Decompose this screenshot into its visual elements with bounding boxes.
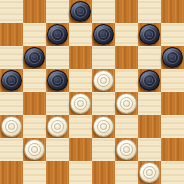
- black-man-e7[interactable]: [93, 24, 114, 45]
- square-e2[interactable]: [92, 138, 115, 161]
- black-man-c7[interactable]: [47, 24, 68, 45]
- square-a8[interactable]: [0, 0, 23, 23]
- square-b1[interactable]: [23, 161, 46, 184]
- square-e5[interactable]: [92, 69, 115, 92]
- square-b3[interactable]: [23, 115, 46, 138]
- square-a5[interactable]: [0, 69, 23, 92]
- white-man-e5[interactable]: [93, 70, 114, 91]
- square-g5[interactable]: [138, 69, 161, 92]
- square-g2[interactable]: [138, 138, 161, 161]
- square-f2[interactable]: [115, 138, 138, 161]
- square-g8[interactable]: [138, 0, 161, 23]
- square-b6[interactable]: [23, 46, 46, 69]
- square-h8[interactable]: [161, 0, 184, 23]
- square-d4[interactable]: [69, 92, 92, 115]
- black-man-g5[interactable]: [139, 70, 160, 91]
- square-c1[interactable]: [46, 161, 69, 184]
- square-b7[interactable]: [23, 23, 46, 46]
- square-c4[interactable]: [46, 92, 69, 115]
- square-c5[interactable]: [46, 69, 69, 92]
- square-h1[interactable]: [161, 161, 184, 184]
- square-c2[interactable]: [46, 138, 69, 161]
- square-h6[interactable]: [161, 46, 184, 69]
- square-h7[interactable]: [161, 23, 184, 46]
- square-f7[interactable]: [115, 23, 138, 46]
- square-d6[interactable]: [69, 46, 92, 69]
- white-man-b2[interactable]: [24, 139, 45, 160]
- square-e3[interactable]: [92, 115, 115, 138]
- square-g3[interactable]: [138, 115, 161, 138]
- square-d7[interactable]: [69, 23, 92, 46]
- square-a2[interactable]: [0, 138, 23, 161]
- black-man-c5[interactable]: [47, 70, 68, 91]
- square-g6[interactable]: [138, 46, 161, 69]
- white-man-e3[interactable]: [93, 116, 114, 137]
- square-a4[interactable]: [0, 92, 23, 115]
- square-f4[interactable]: [115, 92, 138, 115]
- square-h5[interactable]: [161, 69, 184, 92]
- square-g7[interactable]: [138, 23, 161, 46]
- square-b5[interactable]: [23, 69, 46, 92]
- white-man-f2[interactable]: [116, 139, 137, 160]
- square-d8[interactable]: [69, 0, 92, 23]
- square-b2[interactable]: [23, 138, 46, 161]
- black-man-g7[interactable]: [139, 24, 160, 45]
- white-man-c3[interactable]: [47, 116, 68, 137]
- square-e1[interactable]: [92, 161, 115, 184]
- black-man-h6[interactable]: [162, 47, 183, 68]
- square-a6[interactable]: [0, 46, 23, 69]
- square-e6[interactable]: [92, 46, 115, 69]
- white-man-g1[interactable]: [139, 162, 160, 183]
- square-d3[interactable]: [69, 115, 92, 138]
- white-man-d4[interactable]: [70, 93, 91, 114]
- square-c6[interactable]: [46, 46, 69, 69]
- square-d2[interactable]: [69, 138, 92, 161]
- square-e7[interactable]: [92, 23, 115, 46]
- square-g4[interactable]: [138, 92, 161, 115]
- square-c8[interactable]: [46, 0, 69, 23]
- square-e4[interactable]: [92, 92, 115, 115]
- square-c7[interactable]: [46, 23, 69, 46]
- black-man-b6[interactable]: [24, 47, 45, 68]
- square-f8[interactable]: [115, 0, 138, 23]
- square-h4[interactable]: [161, 92, 184, 115]
- square-f3[interactable]: [115, 115, 138, 138]
- square-f1[interactable]: [115, 161, 138, 184]
- square-f6[interactable]: [115, 46, 138, 69]
- square-d5[interactable]: [69, 69, 92, 92]
- checkers-board: [0, 0, 184, 184]
- square-g1[interactable]: [138, 161, 161, 184]
- square-a3[interactable]: [0, 115, 23, 138]
- square-b4[interactable]: [23, 92, 46, 115]
- square-e8[interactable]: [92, 0, 115, 23]
- white-man-f4[interactable]: [116, 93, 137, 114]
- square-a1[interactable]: [0, 161, 23, 184]
- square-c3[interactable]: [46, 115, 69, 138]
- square-d1[interactable]: [69, 161, 92, 184]
- square-h2[interactable]: [161, 138, 184, 161]
- black-man-a5[interactable]: [1, 70, 22, 91]
- square-a7[interactable]: [0, 23, 23, 46]
- square-h3[interactable]: [161, 115, 184, 138]
- white-man-a3[interactable]: [1, 116, 22, 137]
- square-b8[interactable]: [23, 0, 46, 23]
- black-man-d8[interactable]: [70, 1, 91, 22]
- square-f5[interactable]: [115, 69, 138, 92]
